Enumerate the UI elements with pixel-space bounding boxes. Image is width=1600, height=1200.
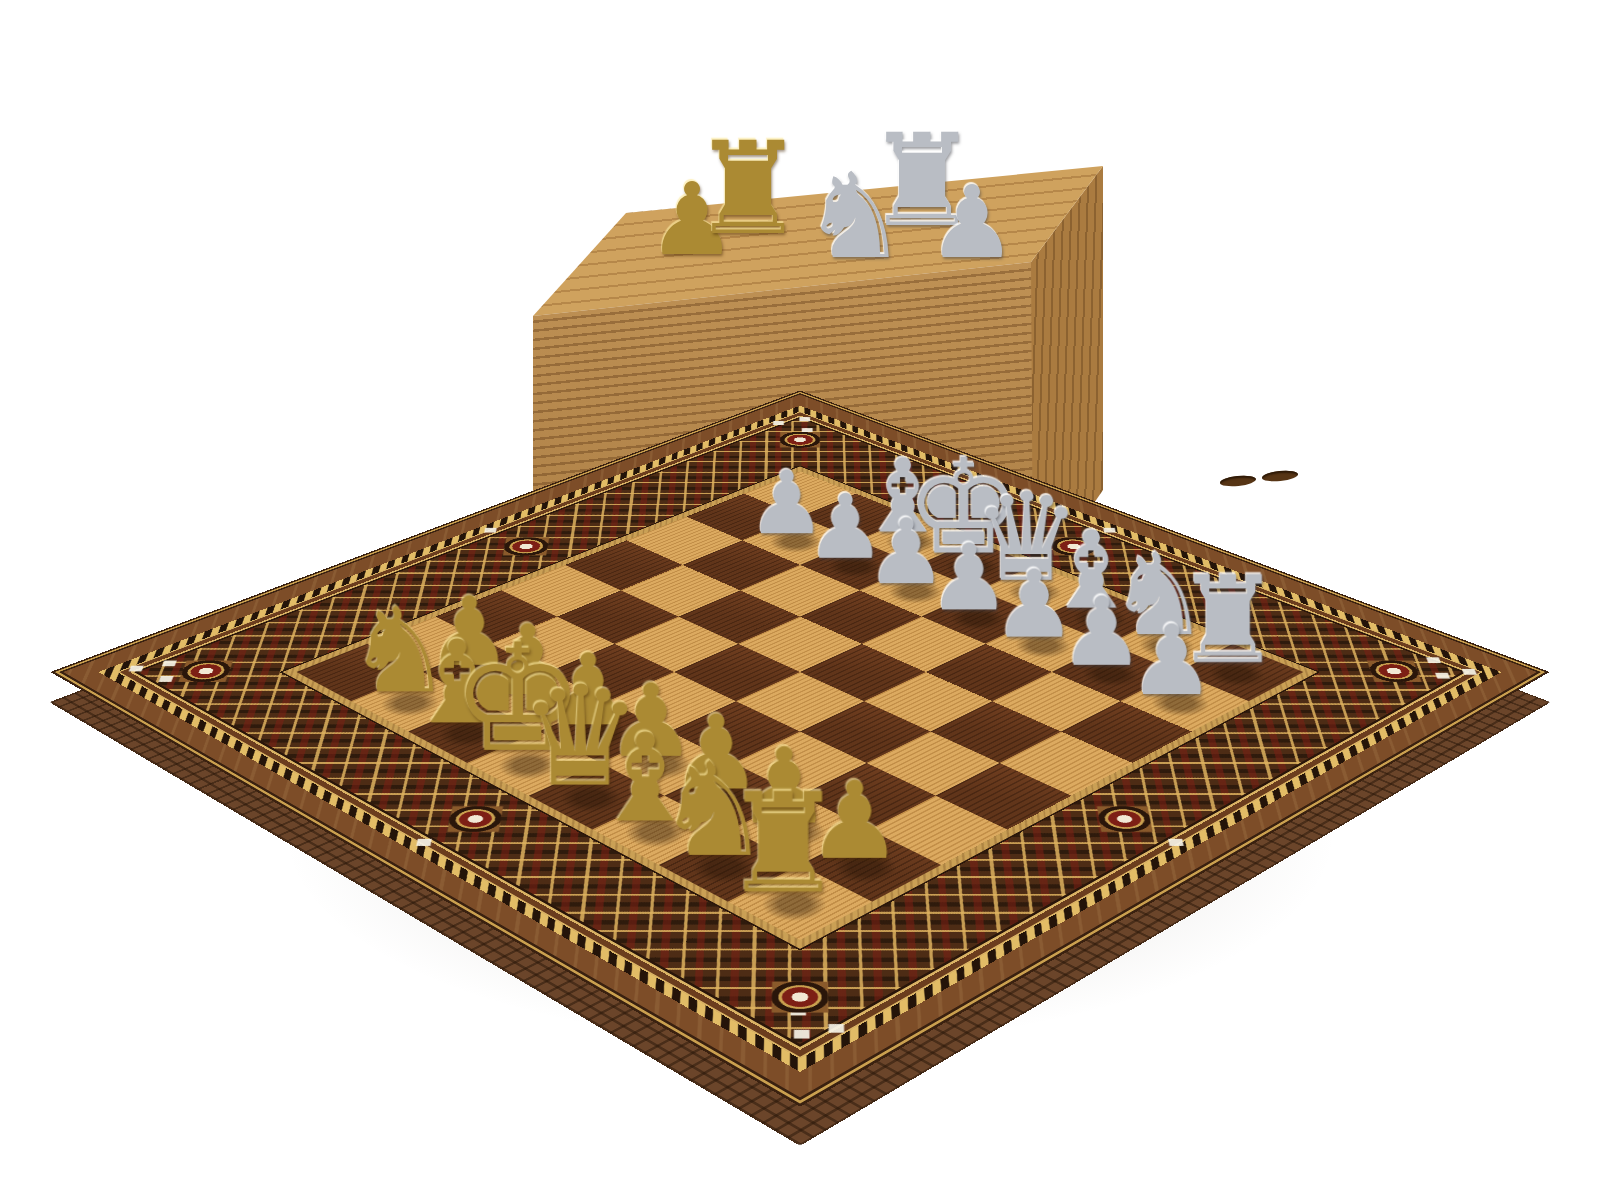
photo-canvas: ♟♜♞♜♟ ♝♚♛♝♞♜♟♟♟♟♟♟♟♟♟♟♟♟♟♟♞♝♚♛♝♞♜	[0, 0, 1600, 1200]
square-h7: ♟	[1120, 672, 1248, 732]
board-frame-mid: ♝♚♛♝♞♜♟♟♟♟♟♟♟♟♟♟♟♟♟♟♞♝♚♛♝♞♜	[117, 411, 1483, 1058]
square-h1: ♜	[728, 865, 872, 940]
silver-pawn-h7: ♟	[1090, 616, 1254, 705]
board-frame-mosaic: ♝♚♛♝♞♜♟♟♟♟♟♟♟♟♟♟♟♟♟♟♞♝♚♛♝♞♜	[130, 416, 1471, 1050]
gold-rook-h1: ♜	[691, 780, 875, 907]
chess-board: ♝♚♛♝♞♜♟♟♟♟♟♟♟♟♟♟♟♟♟♟♞♝♚♛♝♞♜	[50, 391, 1549, 1107]
checkerboard: ♝♚♛♝♞♜♟♟♟♟♟♟♟♟♟♟♟♟♟♟♞♝♚♛♝♞♜	[297, 471, 1304, 940]
board-scene: ♝♚♛♝♞♜♟♟♟♟♟♟♟♟♟♟♟♟♟♟♞♝♚♛♝♞♜	[0, 0, 1600, 1200]
board-frame-rope: ♝♚♛♝♞♜♟♟♟♟♟♟♟♟♟♟♟♟♟♟♞♝♚♛♝♞♜	[99, 406, 1502, 1072]
board-frame-inner: ♝♚♛♝♞♜♟♟♟♟♟♟♟♟♟♟♟♟♟♟♞♝♚♛♝♞♜	[280, 465, 1321, 950]
square-c5	[679, 590, 800, 643]
square-f5	[864, 672, 992, 732]
square-a5	[565, 540, 682, 590]
